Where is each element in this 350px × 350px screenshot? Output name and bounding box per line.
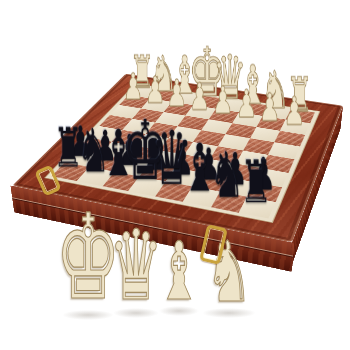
chess-set-photo: ♜♞♝♚♛♝♞♜♟♟♟♟♟♟♟♟♟♟♟♟♟♟♟♟♜♞♝♚♛♝♞♜ ♚♛♝♞ [0, 0, 350, 350]
white-king-shadow [62, 310, 114, 320]
white-rook-piece: ♜ [112, 52, 171, 94]
square-a3 [275, 131, 306, 147]
white-bishop-shadow [159, 306, 199, 316]
square-a2: ♟ [280, 120, 310, 135]
chess-grid: ♜♞♝♚♛♝♞♜♟♟♟♟♟♟♟♟♟♟♟♟♟♟♟♟♜♞♝♚♛♝♞♜ [52, 86, 315, 219]
white-rook-piece: ♜ [268, 73, 331, 118]
box-right-face [289, 105, 343, 273]
white-knight-shadow [202, 308, 256, 318]
chess-board-box: ♜♞♝♚♛♝♞♜♟♟♟♟♟♟♟♟♟♟♟♟♟♟♟♟♜♞♝♚♛♝♞♜ [12, 74, 343, 243]
scene: ♜♞♝♚♛♝♞♜♟♟♟♟♟♟♟♟♟♟♟♟♟♟♟♟♜♞♝♚♛♝♞♜ ♚♛♝♞ [0, 0, 350, 350]
white-queen-shadow [113, 308, 159, 318]
